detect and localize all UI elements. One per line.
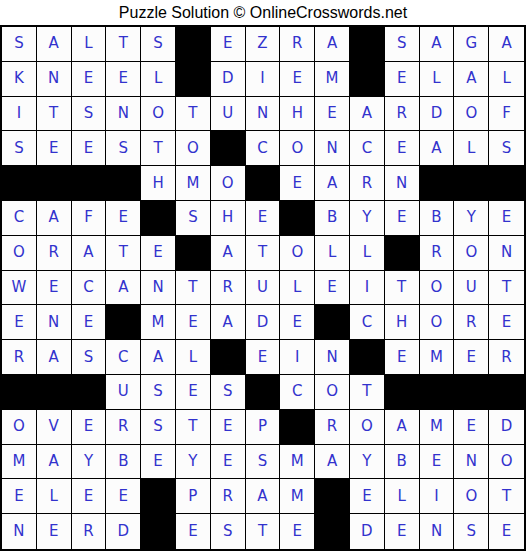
letter-cell-r1-c9: R: [280, 27, 315, 62]
letter-cell-r13-c12: B: [385, 445, 420, 480]
letter-cell-r14-c7: R: [211, 479, 246, 514]
letter-cell-r2-c14: A: [454, 62, 489, 97]
letter-cell-r1-c1: S: [2, 27, 37, 62]
letter-cell-r14-c6: P: [176, 479, 211, 514]
letter-cell-r4-c1: S: [2, 131, 37, 166]
letter-cell-r9-c12: H: [385, 305, 420, 340]
letter-cell-r3-c4: N: [106, 97, 141, 132]
letter-cell-r10-c5: A: [141, 340, 176, 375]
letter-cell-r7-c4: T: [106, 236, 141, 271]
letter-cell-r12-c2: V: [37, 410, 72, 445]
letter-cell-r3-c13: D: [420, 97, 455, 132]
block-cell-r10-c11: [350, 340, 385, 375]
block-cell-r1-c6: [176, 27, 211, 62]
letter-cell-r12-c11: O: [350, 410, 385, 445]
letter-cell-r2-c3: E: [72, 62, 107, 97]
letter-cell-r11-c6: E: [176, 375, 211, 410]
letter-cell-r6-c12: E: [385, 201, 420, 236]
block-cell-r11-c2: [37, 375, 72, 410]
letter-cell-r7-c8: T: [246, 236, 281, 271]
letter-cell-r8-c8: U: [246, 271, 281, 306]
letter-cell-r2-c13: L: [420, 62, 455, 97]
block-cell-r14-c10: [315, 479, 350, 514]
block-cell-r11-c1: [2, 375, 37, 410]
letter-cell-r13-c15: O: [489, 445, 524, 480]
letter-cell-r1-c3: L: [72, 27, 107, 62]
letter-cell-r10-c15: R: [489, 340, 524, 375]
letter-cell-r14-c14: O: [454, 479, 489, 514]
letter-cell-r3-c10: E: [315, 97, 350, 132]
letter-cell-r7-c14: O: [454, 236, 489, 271]
letter-cell-r13-c3: Y: [72, 445, 107, 480]
letter-cell-r9-c5: M: [141, 305, 176, 340]
letter-cell-r8-c9: L: [280, 271, 315, 306]
letter-cell-r8-c4: A: [106, 271, 141, 306]
letter-cell-r10-c14: E: [454, 340, 489, 375]
block-cell-r5-c2: [37, 166, 72, 201]
letter-cell-r13-c5: E: [141, 445, 176, 480]
letter-cell-r15-c1: N: [2, 514, 37, 549]
letter-cell-r10-c8: E: [246, 340, 281, 375]
letter-cell-r4-c11: C: [350, 131, 385, 166]
block-cell-r11-c15: [489, 375, 524, 410]
block-cell-r11-c12: [385, 375, 420, 410]
letter-cell-r15-c11: D: [350, 514, 385, 549]
letter-cell-r8-c3: C: [72, 271, 107, 306]
letter-cell-r9-c6: E: [176, 305, 211, 340]
letter-cell-r3-c5: O: [141, 97, 176, 132]
letter-cell-r1-c13: A: [420, 27, 455, 62]
letter-cell-r3-c2: T: [37, 97, 72, 132]
letter-cell-r9-c15: E: [489, 305, 524, 340]
block-cell-r5-c8: [246, 166, 281, 201]
block-cell-r9-c4: [106, 305, 141, 340]
block-cell-r7-c6: [176, 236, 211, 271]
letter-cell-r10-c6: L: [176, 340, 211, 375]
letter-cell-r8-c2: E: [37, 271, 72, 306]
letter-cell-r8-c6: T: [176, 271, 211, 306]
letter-cell-r6-c13: B: [420, 201, 455, 236]
block-cell-r10-c7: [211, 340, 246, 375]
letter-cell-r14-c8: A: [246, 479, 281, 514]
letter-cell-r4-c12: E: [385, 131, 420, 166]
letter-cell-r3-c15: F: [489, 97, 524, 132]
letter-cell-r11-c11: T: [350, 375, 385, 410]
letter-cell-r13-c13: E: [420, 445, 455, 480]
letter-cell-r14-c11: E: [350, 479, 385, 514]
letter-cell-r4-c3: E: [72, 131, 107, 166]
letter-cell-r5-c10: A: [315, 166, 350, 201]
letter-cell-r3-c1: I: [2, 97, 37, 132]
block-cell-r15-c10: [315, 514, 350, 549]
letter-cell-r13-c11: Y: [350, 445, 385, 480]
letter-cell-r15-c4: D: [106, 514, 141, 549]
block-cell-r6-c5: [141, 201, 176, 236]
letter-cell-r1-c8: Z: [246, 27, 281, 62]
letter-cell-r2-c15: L: [489, 62, 524, 97]
letter-cell-r12-c7: E: [211, 410, 246, 445]
letter-cell-r13-c10: A: [315, 445, 350, 480]
letter-cell-r6-c8: E: [246, 201, 281, 236]
puzzle-solution-page: Puzzle Solution © OnlineCrosswords.net S…: [0, 0, 526, 551]
block-cell-r2-c6: [176, 62, 211, 97]
letter-cell-r15-c3: R: [72, 514, 107, 549]
letter-cell-r12-c14: E: [454, 410, 489, 445]
letter-cell-r3-c14: O: [454, 97, 489, 132]
letter-cell-r1-c5: S: [141, 27, 176, 62]
block-cell-r5-c3: [72, 166, 107, 201]
letter-cell-r4-c10: N: [315, 131, 350, 166]
letter-cell-r6-c7: H: [211, 201, 246, 236]
block-cell-r11-c3: [72, 375, 107, 410]
block-cell-r5-c1: [2, 166, 37, 201]
letter-cell-r13-c7: E: [211, 445, 246, 480]
letter-cell-r14-c1: E: [2, 479, 37, 514]
letter-cell-r8-c7: R: [211, 271, 246, 306]
letter-cell-r1-c12: S: [385, 27, 420, 62]
letter-cell-r3-c7: U: [211, 97, 246, 132]
block-cell-r15-c5: [141, 514, 176, 549]
letter-cell-r10-c13: M: [420, 340, 455, 375]
block-cell-r5-c15: [489, 166, 524, 201]
letter-cell-r10-c4: C: [106, 340, 141, 375]
letter-cell-r2-c7: D: [211, 62, 246, 97]
letter-cell-r2-c4: E: [106, 62, 141, 97]
block-cell-r2-c11: [350, 62, 385, 97]
letter-cell-r12-c6: T: [176, 410, 211, 445]
letter-cell-r8-c11: I: [350, 271, 385, 306]
block-cell-r6-c9: [280, 201, 315, 236]
letter-cell-r8-c12: T: [385, 271, 420, 306]
letter-cell-r7-c10: L: [315, 236, 350, 271]
letter-cell-r12-c4: R: [106, 410, 141, 445]
letter-cell-r1-c15: A: [489, 27, 524, 62]
letter-cell-r10-c12: E: [385, 340, 420, 375]
letter-cell-r9-c1: E: [2, 305, 37, 340]
block-cell-r4-c7: [211, 131, 246, 166]
block-cell-r1-c11: [350, 27, 385, 62]
letter-cell-r9-c9: E: [280, 305, 315, 340]
letter-cell-r5-c11: R: [350, 166, 385, 201]
letter-cell-r14-c13: I: [420, 479, 455, 514]
letter-cell-r9-c2: N: [37, 305, 72, 340]
letter-cell-r8-c14: U: [454, 271, 489, 306]
letter-cell-r12-c3: E: [72, 410, 107, 445]
block-cell-r5-c14: [454, 166, 489, 201]
letter-cell-r13-c1: M: [2, 445, 37, 480]
letter-cell-r10-c3: S: [72, 340, 107, 375]
block-cell-r7-c12: [385, 236, 420, 271]
letter-cell-r4-c14: L: [454, 131, 489, 166]
letter-cell-r3-c12: R: [385, 97, 420, 132]
letter-cell-r6-c4: E: [106, 201, 141, 236]
letter-cell-r4-c5: T: [141, 131, 176, 166]
letter-cell-r6-c14: Y: [454, 201, 489, 236]
letter-cell-r2-c8: I: [246, 62, 281, 97]
letter-cell-r2-c2: N: [37, 62, 72, 97]
letter-cell-r12-c15: D: [489, 410, 524, 445]
letter-cell-r4-c4: S: [106, 131, 141, 166]
letter-cell-r4-c13: A: [420, 131, 455, 166]
letter-cell-r3-c3: S: [72, 97, 107, 132]
letter-cell-r8-c1: W: [2, 271, 37, 306]
letter-cell-r7-c9: O: [280, 236, 315, 271]
letter-cell-r12-c5: S: [141, 410, 176, 445]
letter-cell-r4-c9: O: [280, 131, 315, 166]
block-cell-r5-c13: [420, 166, 455, 201]
letter-cell-r4-c8: C: [246, 131, 281, 166]
letter-cell-r9-c14: R: [454, 305, 489, 340]
letter-cell-r2-c12: E: [385, 62, 420, 97]
letter-cell-r8-c15: T: [489, 271, 524, 306]
letter-cell-r12-c10: R: [315, 410, 350, 445]
letter-cell-r13-c14: N: [454, 445, 489, 480]
letter-cell-r14-c3: E: [72, 479, 107, 514]
letter-cell-r11-c5: S: [141, 375, 176, 410]
letter-cell-r15-c8: T: [246, 514, 281, 549]
crossword-grid: SALTSEZRASAGAKNEELDIEMELALITSNOTUNHEARDO…: [0, 25, 526, 551]
letter-cell-r15-c7: S: [211, 514, 246, 549]
letter-cell-r12-c12: A: [385, 410, 420, 445]
block-cell-r11-c13: [420, 375, 455, 410]
letter-cell-r15-c13: N: [420, 514, 455, 549]
letter-cell-r15-c2: E: [37, 514, 72, 549]
letter-cell-r13-c6: Y: [176, 445, 211, 480]
letter-cell-r14-c12: L: [385, 479, 420, 514]
letter-cell-r6-c1: C: [2, 201, 37, 236]
letter-cell-r13-c8: S: [246, 445, 281, 480]
letter-cell-r11-c7: S: [211, 375, 246, 410]
block-cell-r12-c9: [280, 410, 315, 445]
letter-cell-r15-c14: S: [454, 514, 489, 549]
letter-cell-r1-c7: E: [211, 27, 246, 62]
letter-cell-r1-c10: A: [315, 27, 350, 62]
letter-cell-r10-c9: I: [280, 340, 315, 375]
letter-cell-r7-c11: L: [350, 236, 385, 271]
letter-cell-r14-c15: T: [489, 479, 524, 514]
letter-cell-r14-c2: L: [37, 479, 72, 514]
letter-cell-r8-c13: O: [420, 271, 455, 306]
letter-cell-r12-c8: P: [246, 410, 281, 445]
letter-cell-r3-c6: T: [176, 97, 211, 132]
letter-cell-r11-c9: C: [280, 375, 315, 410]
letter-cell-r12-c1: O: [2, 410, 37, 445]
letter-cell-r1-c14: G: [454, 27, 489, 62]
letter-cell-r8-c5: N: [141, 271, 176, 306]
letter-cell-r6-c15: E: [489, 201, 524, 236]
letter-cell-r3-c9: H: [280, 97, 315, 132]
letter-cell-r15-c12: E: [385, 514, 420, 549]
letter-cell-r2-c5: L: [141, 62, 176, 97]
letter-cell-r9-c7: A: [211, 305, 246, 340]
letter-cell-r5-c5: H: [141, 166, 176, 201]
letter-cell-r13-c2: A: [37, 445, 72, 480]
letter-cell-r13-c4: B: [106, 445, 141, 480]
letter-cell-r13-c9: M: [280, 445, 315, 480]
letter-cell-r6-c2: A: [37, 201, 72, 236]
letter-cell-r5-c9: E: [280, 166, 315, 201]
letter-cell-r3-c8: N: [246, 97, 281, 132]
letter-cell-r11-c4: U: [106, 375, 141, 410]
letter-cell-r7-c3: A: [72, 236, 107, 271]
block-cell-r11-c8: [246, 375, 281, 410]
letter-cell-r7-c2: R: [37, 236, 72, 271]
letter-cell-r4-c6: O: [176, 131, 211, 166]
letter-cell-r7-c5: E: [141, 236, 176, 271]
letter-cell-r10-c1: R: [2, 340, 37, 375]
block-cell-r5-c4: [106, 166, 141, 201]
block-cell-r11-c14: [454, 375, 489, 410]
letter-cell-r14-c9: M: [280, 479, 315, 514]
letter-cell-r9-c8: D: [246, 305, 281, 340]
letter-cell-r15-c6: E: [176, 514, 211, 549]
letter-cell-r4-c2: E: [37, 131, 72, 166]
letter-cell-r9-c3: E: [72, 305, 107, 340]
letter-cell-r3-c11: A: [350, 97, 385, 132]
letter-cell-r11-c10: O: [315, 375, 350, 410]
letter-cell-r2-c1: K: [2, 62, 37, 97]
letter-cell-r5-c7: O: [211, 166, 246, 201]
letter-cell-r12-c13: M: [420, 410, 455, 445]
letter-cell-r6-c3: F: [72, 201, 107, 236]
letter-cell-r1-c4: T: [106, 27, 141, 62]
block-cell-r9-c10: [315, 305, 350, 340]
letter-cell-r4-c15: S: [489, 131, 524, 166]
letter-cell-r9-c11: C: [350, 305, 385, 340]
letter-cell-r1-c2: A: [37, 27, 72, 62]
letter-cell-r6-c10: B: [315, 201, 350, 236]
letter-cell-r15-c9: E: [280, 514, 315, 549]
letter-cell-r10-c10: N: [315, 340, 350, 375]
letter-cell-r6-c6: S: [176, 201, 211, 236]
letter-cell-r2-c10: M: [315, 62, 350, 97]
letter-cell-r7-c7: A: [211, 236, 246, 271]
letter-cell-r5-c6: M: [176, 166, 211, 201]
letter-cell-r15-c15: E: [489, 514, 524, 549]
letter-cell-r5-c12: N: [385, 166, 420, 201]
letter-cell-r6-c11: Y: [350, 201, 385, 236]
letter-cell-r7-c1: O: [2, 236, 37, 271]
letter-cell-r10-c2: A: [37, 340, 72, 375]
letter-cell-r8-c10: E: [315, 271, 350, 306]
letter-cell-r7-c13: R: [420, 236, 455, 271]
page-title: Puzzle Solution © OnlineCrosswords.net: [0, 0, 526, 25]
letter-cell-r2-c9: E: [280, 62, 315, 97]
letter-cell-r7-c15: N: [489, 236, 524, 271]
letter-cell-r14-c4: E: [106, 479, 141, 514]
block-cell-r14-c5: [141, 479, 176, 514]
letter-cell-r9-c13: O: [420, 305, 455, 340]
